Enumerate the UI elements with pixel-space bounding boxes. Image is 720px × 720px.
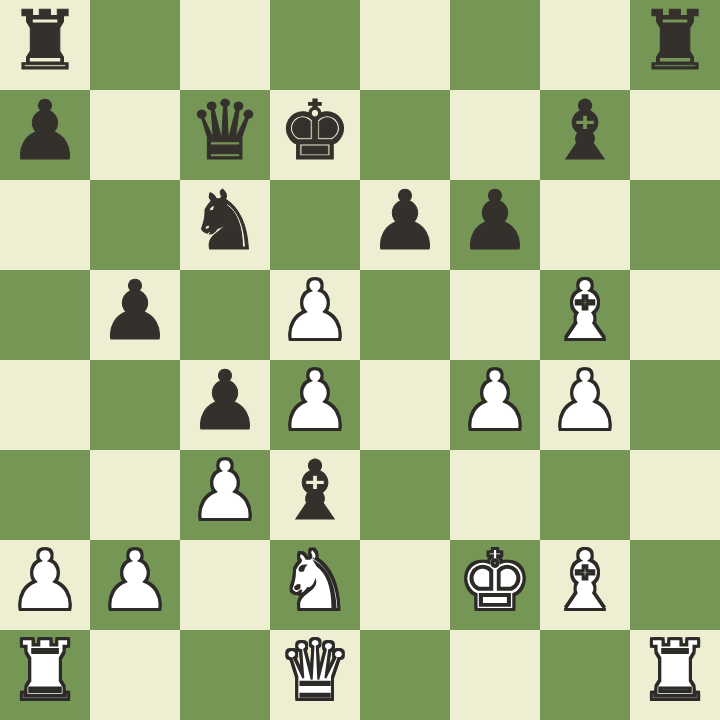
square-g6[interactable] — [540, 180, 630, 270]
white-queen-d1[interactable]: ♛ — [278, 630, 352, 712]
square-f4[interactable]: ♟ — [450, 360, 540, 450]
square-h1[interactable]: ♜ — [630, 630, 720, 720]
square-d1[interactable]: ♛ — [270, 630, 360, 720]
square-f5[interactable] — [450, 270, 540, 360]
white-bishop-g2[interactable]: ♝ — [548, 540, 622, 622]
black-pawn-a7[interactable]: ♟ — [8, 90, 82, 172]
square-h7[interactable] — [630, 90, 720, 180]
square-e2[interactable] — [360, 540, 450, 630]
square-e5[interactable] — [360, 270, 450, 360]
black-rook-a8[interactable]: ♜ — [8, 0, 82, 82]
square-b4[interactable] — [90, 360, 180, 450]
square-b3[interactable] — [90, 450, 180, 540]
square-e1[interactable] — [360, 630, 450, 720]
square-f3[interactable] — [450, 450, 540, 540]
black-knight-c6[interactable]: ♞ — [188, 180, 262, 262]
black-queen-c7[interactable]: ♛ — [188, 90, 262, 172]
black-pawn-f6[interactable]: ♟ — [458, 180, 532, 262]
square-g2[interactable]: ♝ — [540, 540, 630, 630]
square-a6[interactable] — [0, 180, 90, 270]
black-pawn-e6[interactable]: ♟ — [368, 180, 442, 262]
square-c2[interactable] — [180, 540, 270, 630]
white-pawn-d4[interactable]: ♟ — [278, 360, 352, 442]
square-h6[interactable] — [630, 180, 720, 270]
square-h3[interactable] — [630, 450, 720, 540]
square-c1[interactable] — [180, 630, 270, 720]
white-rook-a1[interactable]: ♜ — [8, 630, 82, 712]
square-b5[interactable]: ♟ — [90, 270, 180, 360]
square-e8[interactable] — [360, 0, 450, 90]
square-e7[interactable] — [360, 90, 450, 180]
square-g7[interactable]: ♝ — [540, 90, 630, 180]
black-pawn-c4[interactable]: ♟ — [188, 360, 262, 442]
square-f7[interactable] — [450, 90, 540, 180]
square-d2[interactable]: ♞ — [270, 540, 360, 630]
black-bishop-d3[interactable]: ♝ — [278, 450, 352, 532]
square-f6[interactable]: ♟ — [450, 180, 540, 270]
square-e3[interactable] — [360, 450, 450, 540]
square-a1[interactable]: ♜ — [0, 630, 90, 720]
square-g4[interactable]: ♟ — [540, 360, 630, 450]
white-rook-h1[interactable]: ♜ — [638, 630, 712, 712]
white-pawn-b2[interactable]: ♟ — [98, 540, 172, 622]
square-h4[interactable] — [630, 360, 720, 450]
square-b1[interactable] — [90, 630, 180, 720]
square-d3[interactable]: ♝ — [270, 450, 360, 540]
square-c3[interactable]: ♟ — [180, 450, 270, 540]
white-knight-d2[interactable]: ♞ — [278, 540, 352, 622]
white-pawn-d5[interactable]: ♟ — [278, 270, 352, 352]
square-c7[interactable]: ♛ — [180, 90, 270, 180]
square-b8[interactable] — [90, 0, 180, 90]
square-a4[interactable] — [0, 360, 90, 450]
square-b7[interactable] — [90, 90, 180, 180]
square-b2[interactable]: ♟ — [90, 540, 180, 630]
square-c5[interactable] — [180, 270, 270, 360]
square-f8[interactable] — [450, 0, 540, 90]
black-king-d7[interactable]: ♚ — [278, 90, 352, 172]
square-f1[interactable] — [450, 630, 540, 720]
square-d4[interactable]: ♟ — [270, 360, 360, 450]
white-pawn-f4[interactable]: ♟ — [458, 360, 532, 442]
black-pawn-b5[interactable]: ♟ — [98, 270, 172, 352]
square-d5[interactable]: ♟ — [270, 270, 360, 360]
square-g1[interactable] — [540, 630, 630, 720]
square-e6[interactable]: ♟ — [360, 180, 450, 270]
square-a8[interactable]: ♜ — [0, 0, 90, 90]
square-a7[interactable]: ♟ — [0, 90, 90, 180]
square-d6[interactable] — [270, 180, 360, 270]
square-c6[interactable]: ♞ — [180, 180, 270, 270]
square-g3[interactable] — [540, 450, 630, 540]
square-b6[interactable] — [90, 180, 180, 270]
white-king-f2[interactable]: ♚ — [458, 540, 532, 622]
square-c8[interactable] — [180, 0, 270, 90]
square-e4[interactable] — [360, 360, 450, 450]
white-pawn-c3[interactable]: ♟ — [188, 450, 262, 532]
white-pawn-a2[interactable]: ♟ — [8, 540, 82, 622]
black-rook-h8[interactable]: ♜ — [638, 0, 712, 82]
square-d8[interactable] — [270, 0, 360, 90]
square-d7[interactable]: ♚ — [270, 90, 360, 180]
square-g5[interactable]: ♝ — [540, 270, 630, 360]
square-h8[interactable]: ♜ — [630, 0, 720, 90]
square-a3[interactable] — [0, 450, 90, 540]
square-g8[interactable] — [540, 0, 630, 90]
black-bishop-g7[interactable]: ♝ — [548, 90, 622, 172]
square-a2[interactable]: ♟ — [0, 540, 90, 630]
square-c4[interactable]: ♟ — [180, 360, 270, 450]
square-f2[interactable]: ♚ — [450, 540, 540, 630]
white-pawn-g4[interactable]: ♟ — [548, 360, 622, 442]
white-bishop-g5[interactable]: ♝ — [548, 270, 622, 352]
chess-board: ♜♜♟♛♚♝♞♟♟♟♟♝♟♟♟♟♟♝♟♟♞♚♝♜♛♜ — [0, 0, 720, 720]
square-h2[interactable] — [630, 540, 720, 630]
square-h5[interactable] — [630, 270, 720, 360]
square-a5[interactable] — [0, 270, 90, 360]
